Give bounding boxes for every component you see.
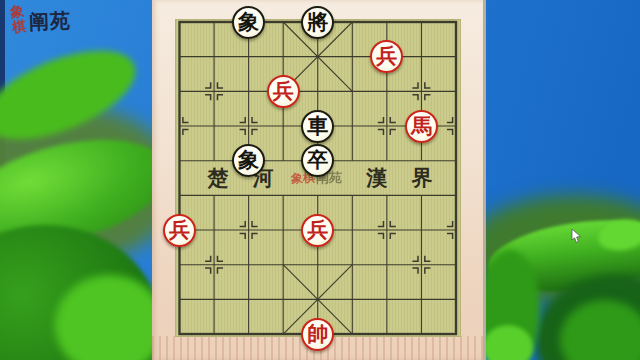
piece-glyph: 兵 [269,77,298,106]
piece-red-soldier[interactable]: 兵 [163,214,196,247]
piece-red-soldier[interactable]: 兵 [370,40,403,73]
piece-red-soldier[interactable]: 兵 [301,214,334,247]
screenshot-stage: 象棋 阐苑 楚河漢界 象棋 阐苑 象將兵兵車馬象卒兵兵帥 [0,0,640,360]
piece-black-chariot[interactable]: 車 [301,110,334,143]
channel-logo: 象棋 阐苑 [11,4,71,35]
piece-glyph: 兵 [165,216,194,245]
channel-logo-accent-text: 象棋 [9,3,31,35]
piece-black-elephant[interactable]: 象 [232,144,265,177]
mouse-cursor-icon [571,229,582,244]
piece-black-soldier[interactable]: 卒 [301,144,334,177]
river-label: 楚 [205,165,231,191]
piece-glyph: 象 [234,8,263,37]
piece-glyph: 車 [303,112,332,141]
piece-glyph: 馬 [407,112,436,141]
piece-glyph: 卒 [303,146,332,175]
channel-logo-text: 阐苑 [29,7,72,35]
piece-red-general[interactable]: 帥 [301,318,334,351]
piece-glyph: 象 [234,146,263,175]
piece-glyph: 將 [303,8,332,37]
piece-red-soldier[interactable]: 兵 [267,75,300,108]
river-label: 界 [409,165,435,191]
piece-glyph: 兵 [303,216,332,245]
piece-glyph: 帥 [303,320,332,349]
river-label: 漢 [364,165,390,191]
piece-red-horse[interactable]: 馬 [405,110,438,143]
piece-black-general[interactable]: 將 [301,6,334,39]
piece-glyph: 兵 [372,42,401,71]
piece-black-elephant[interactable]: 象 [232,6,265,39]
